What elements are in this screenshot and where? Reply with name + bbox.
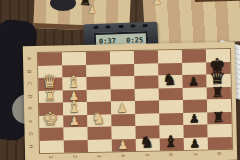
piece-black-knight-h5: ♞: [139, 135, 154, 151]
clock-buttons: [93, 24, 147, 29]
file-label-f: F: [27, 120, 32, 123]
piece-black-pawn-c7: ♟: [188, 75, 199, 87]
background-piece-white: ♟: [87, 5, 96, 15]
piece-white-bishop-c2: ♝: [66, 74, 81, 90]
chess-board: ABCDEFGH 12345678 ♛♜♚♝♟♝♟♞♟♟♚♛♜♜♞♟♝♞♟♟: [23, 42, 237, 160]
piece-white-pawn-f2: ♟: [69, 115, 80, 127]
file-label-a: A: [26, 57, 31, 61]
rank-label-7: 7: [192, 153, 197, 156]
pieces-layer: ♛♜♚♝♟♝♟♞♟♟♚♛♜♜♞♟♝♞♟♟: [37, 48, 231, 152]
rank-label-6: 6: [168, 153, 173, 156]
piece-white-knight-f3: ♞: [91, 111, 106, 127]
piece-black-rook-f8: ♜: [212, 110, 225, 124]
rank-label-4: 4: [120, 154, 125, 157]
rank-label-5: 5: [144, 154, 149, 157]
file-label-c: C: [27, 82, 32, 86]
piece-white-pawn-e4: ♟: [117, 102, 128, 114]
piece-black-pawn-f7: ♟: [189, 113, 200, 125]
piece-white-pawn-h4: ♟: [117, 139, 128, 151]
file-label-e: E: [27, 107, 32, 110]
piece-black-bishop-h6: ♝: [163, 134, 178, 150]
background-piece-white: ♟: [152, 0, 163, 7]
piece-white-rook-d1: ♜: [43, 89, 56, 103]
piece-white-king-f1: ♚: [42, 110, 59, 128]
walnut-frame-bar: [195, 0, 240, 2]
piece-black-pawn-h7: ♟: [189, 138, 200, 150]
piece-black-rook-d8: ♜: [211, 85, 224, 99]
rank-label-8: 8: [216, 152, 221, 155]
file-label-h: H: [28, 144, 33, 148]
rank-label-3: 3: [96, 155, 101, 158]
file-label-b: B: [26, 69, 31, 73]
piece-white-bishop-e2: ♝: [67, 99, 82, 115]
rank-label-1: 1: [48, 156, 53, 159]
file-label-d: D: [27, 94, 32, 98]
rank-label-2: 2: [72, 155, 77, 158]
piece-black-knight-c6: ♞: [162, 72, 177, 88]
file-label-g: G: [28, 132, 33, 136]
tournament-scene: ♜♟ ♟ 0:37 0:25 ABCDEFGH 12345678 ♛♜♚♝♟♝♟…: [0, 0, 240, 160]
